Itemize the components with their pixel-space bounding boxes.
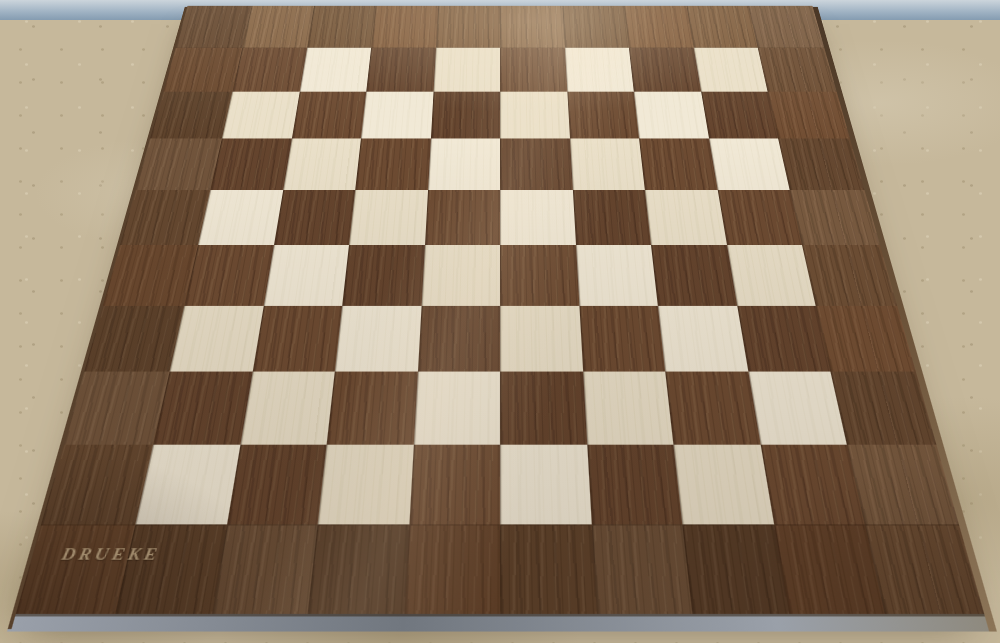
square-r5c1[interactable]	[184, 245, 273, 305]
square-r5c2[interactable]	[263, 245, 349, 305]
square-r6c8[interactable]	[737, 305, 831, 371]
square-r8c6[interactable]	[587, 444, 683, 524]
square-r1c2[interactable]	[299, 48, 371, 92]
board-bottom-bevel	[7, 614, 997, 632]
square-r6c5[interactable]	[500, 305, 583, 371]
square-r1c1[interactable]	[232, 48, 306, 92]
border-bottom-rail	[500, 524, 596, 616]
square-r1c8[interactable]	[693, 48, 767, 92]
border-left-rail	[136, 138, 222, 189]
chess-board: DRUEKE	[15, 6, 985, 617]
square-r6c4[interactable]	[417, 305, 500, 371]
border-top-rail	[307, 6, 376, 48]
border-top-rail	[624, 6, 693, 48]
square-r2c1[interactable]	[222, 91, 299, 138]
square-r5c7[interactable]	[651, 245, 737, 305]
border-left-rail	[150, 91, 232, 138]
square-r8c3[interactable]	[318, 444, 414, 524]
square-r2c3[interactable]	[361, 91, 433, 138]
square-r2c7[interactable]	[634, 91, 709, 138]
square-r3c8[interactable]	[709, 138, 790, 189]
square-r8c2[interactable]	[226, 444, 326, 524]
square-r4c4[interactable]	[425, 190, 501, 245]
square-r3c2[interactable]	[283, 138, 361, 189]
square-r4c1[interactable]	[198, 190, 283, 245]
border-top-rail	[242, 6, 313, 48]
border-bottom-rail	[682, 524, 789, 616]
border-top-rail	[500, 6, 564, 48]
border-right-rail	[748, 6, 824, 48]
border-bottom-rail	[307, 524, 409, 616]
square-r8c7[interactable]	[673, 444, 773, 524]
square-r5c6[interactable]	[576, 245, 658, 305]
border-top-rail	[686, 6, 757, 48]
square-r4c3[interactable]	[349, 190, 428, 245]
border-bottom-rail	[591, 524, 693, 616]
border-top-rail	[562, 6, 629, 48]
border-right-rail	[758, 48, 837, 92]
square-r4c2[interactable]	[274, 190, 356, 245]
square-r8c4[interactable]	[409, 444, 500, 524]
square-r5c8[interactable]	[727, 245, 816, 305]
square-r1c7[interactable]	[629, 48, 701, 92]
square-r7c6[interactable]	[583, 372, 674, 445]
border-left-rail	[120, 190, 210, 245]
square-r6c7[interactable]	[658, 305, 748, 371]
square-r5c4[interactable]	[421, 245, 500, 305]
square-r4c6[interactable]	[572, 190, 651, 245]
square-r1c5[interactable]	[500, 48, 567, 92]
square-r1c6[interactable]	[564, 48, 633, 92]
square-r3c3[interactable]	[355, 138, 430, 189]
square-r7c4[interactable]	[413, 372, 500, 445]
square-r8c1[interactable]	[135, 444, 240, 524]
square-r6c2[interactable]	[252, 305, 342, 371]
border-right-rail	[768, 91, 850, 138]
border-left-rail	[176, 6, 252, 48]
square-r4c8[interactable]	[717, 190, 802, 245]
border-left-rail	[163, 48, 242, 92]
square-r3c4[interactable]	[428, 138, 500, 189]
square-r7c1[interactable]	[153, 372, 252, 445]
square-r3c6[interactable]	[570, 138, 645, 189]
square-r2c6[interactable]	[567, 91, 639, 138]
photo-scene: DRUEKE	[0, 0, 1000, 643]
square-r1c4[interactable]	[433, 48, 500, 92]
square-r2c8[interactable]	[701, 91, 778, 138]
square-r6c6[interactable]	[579, 305, 665, 371]
border-top-rail	[371, 6, 438, 48]
border-top-rail	[436, 6, 500, 48]
square-r7c5[interactable]	[500, 372, 587, 445]
square-r6c1[interactable]	[170, 305, 264, 371]
square-r7c2[interactable]	[240, 372, 335, 445]
drueke-brand-label: DRUEKE	[59, 545, 235, 565]
border-bottom-rail	[211, 524, 318, 616]
square-r3c7[interactable]	[639, 138, 717, 189]
square-r7c7[interactable]	[665, 372, 760, 445]
square-r3c1[interactable]	[210, 138, 291, 189]
square-r4c7[interactable]	[645, 190, 727, 245]
square-r5c3[interactable]	[342, 245, 424, 305]
border-bottom-rail	[115, 524, 227, 616]
square-r6c3[interactable]	[335, 305, 421, 371]
square-r8c5[interactable]	[500, 444, 591, 524]
square-r2c2[interactable]	[291, 91, 366, 138]
square-r2c4[interactable]	[430, 91, 500, 138]
square-r5c5[interactable]	[500, 245, 579, 305]
square-r3c5[interactable]	[500, 138, 572, 189]
square-r7c3[interactable]	[327, 372, 418, 445]
square-r4c5[interactable]	[500, 190, 576, 245]
square-r2c5[interactable]	[500, 91, 570, 138]
border-bottom-rail	[404, 524, 500, 616]
square-r1c3[interactable]	[366, 48, 435, 92]
